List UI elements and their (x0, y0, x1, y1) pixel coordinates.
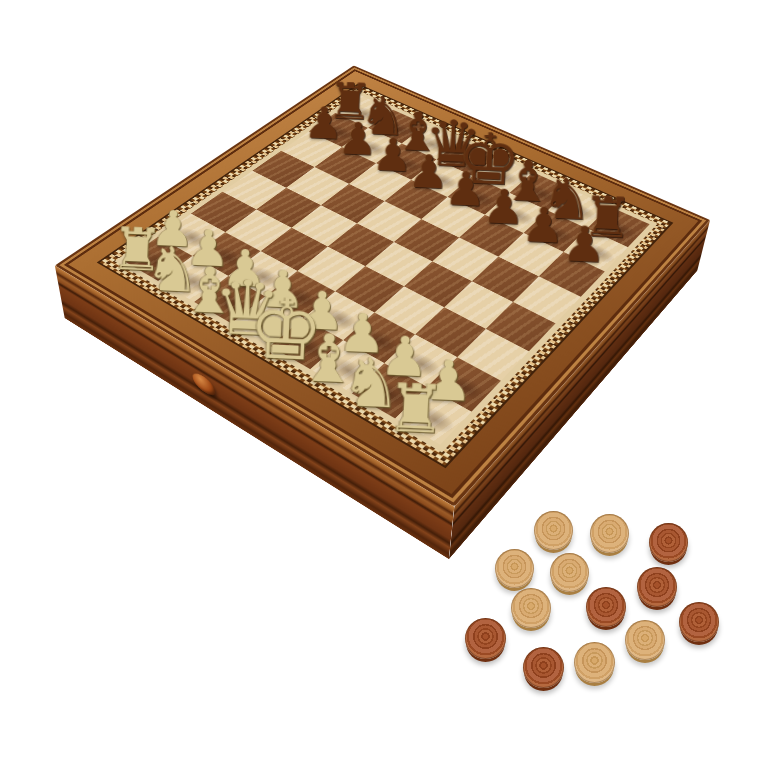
checker-light[interactable] (625, 620, 665, 660)
checker-light[interactable] (550, 553, 589, 592)
checker-red[interactable] (679, 602, 719, 642)
checker-light[interactable] (590, 514, 629, 553)
checker-red[interactable] (586, 587, 626, 627)
checker-light[interactable] (574, 642, 615, 683)
checker-red[interactable] (649, 523, 688, 562)
checker-red[interactable] (465, 618, 506, 659)
checker-light[interactable] (534, 511, 573, 550)
checker-red[interactable] (523, 647, 564, 688)
checker-red[interactable] (637, 567, 677, 607)
checkers-pieces-group (0, 0, 768, 768)
product-photo-stage: ♜♞♝♛♚♝♞♜♟♟♟♟♟♟♟♟♟♟♟♟♟♟♟♟♜♞♝♛♚♝♞♜ (0, 0, 768, 768)
checker-light[interactable] (495, 549, 534, 588)
checker-light[interactable] (511, 588, 551, 628)
